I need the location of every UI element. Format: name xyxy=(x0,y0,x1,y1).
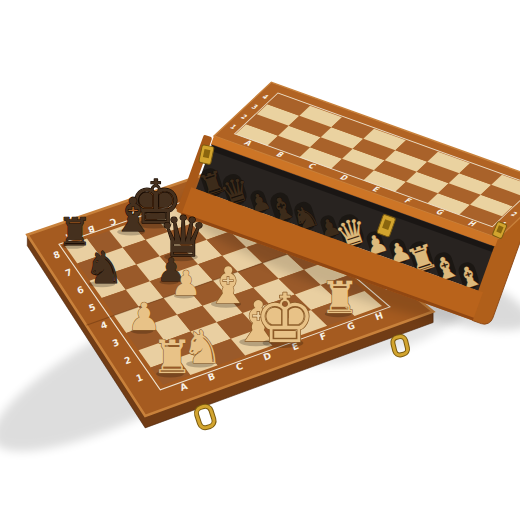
piece-white-king-e1: ♚ xyxy=(255,279,316,358)
piece-black-bishop-c8: ♝ xyxy=(112,188,153,242)
brass-clasp-loop xyxy=(195,405,216,430)
piece-white-rook-g1: ♜ xyxy=(320,272,359,323)
chess-set-photo: chess ABCDEFGH87654321ABCD123ABCDEFGH112… xyxy=(0,0,520,520)
piece-white-rook-a1: ♜ xyxy=(151,330,192,384)
piece-black-knight-a6: ♞ xyxy=(84,242,123,293)
piece-white-pawn-c4: ♟ xyxy=(171,263,201,303)
scene-svg: ABCDEFGH87654321ABCD123ABCDEFGH11223344♜… xyxy=(0,0,520,520)
